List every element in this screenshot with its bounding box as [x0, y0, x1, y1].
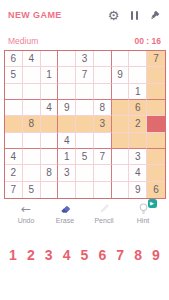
sudoku-app: NEW GAME ⚙ Medium 00 : 16 64375179149868… [0, 0, 169, 300]
board-cell[interactable]: 3 [58, 165, 76, 181]
board-cell[interactable]: 6 [5, 51, 23, 67]
board-cell[interactable] [129, 133, 147, 149]
board-cell[interactable] [41, 84, 59, 100]
board-cell[interactable] [76, 84, 94, 100]
pause-icon[interactable] [131, 11, 139, 20]
board-cell[interactable] [129, 51, 147, 67]
board-cell[interactable] [5, 116, 23, 132]
board-cell[interactable] [94, 67, 112, 83]
hint-ad-badge: ▶ [148, 199, 157, 208]
board-cell[interactable] [147, 67, 165, 83]
new-game-button[interactable]: NEW GAME [8, 10, 62, 20]
board-cell[interactable]: 4 [58, 133, 76, 149]
board-cell[interactable]: 4 [41, 100, 59, 116]
erase-label: Erase [56, 217, 74, 224]
header-icons: ⚙ [108, 9, 161, 22]
board-cell[interactable] [23, 67, 41, 83]
numpad-key-2[interactable]: 2 [24, 247, 38, 263]
undo-button[interactable]: ← Undo [9, 202, 43, 224]
board-cell[interactable] [23, 133, 41, 149]
numpad-key-3[interactable]: 3 [42, 247, 56, 263]
board-cell[interactable] [76, 182, 94, 198]
board-cell[interactable] [41, 116, 59, 132]
board-cell[interactable] [112, 51, 130, 67]
board-cell[interactable] [147, 133, 165, 149]
board-cell[interactable] [23, 149, 41, 165]
board-cell[interactable] [76, 116, 94, 132]
numpad: 123456789 [0, 247, 169, 263]
board-cell[interactable]: 4 [5, 149, 23, 165]
board-cell[interactable]: 7 [94, 149, 112, 165]
hint-button[interactable]: ▶ Hint [126, 202, 160, 224]
board-cell[interactable] [112, 84, 130, 100]
board-cell[interactable] [41, 182, 59, 198]
board-cell[interactable] [58, 51, 76, 67]
board-cell[interactable]: 4 [23, 51, 41, 67]
board-cell[interactable]: 3 [94, 116, 112, 132]
numpad-key-6[interactable]: 6 [95, 247, 109, 263]
board-cell[interactable] [94, 165, 112, 181]
board-cell[interactable]: 2 [129, 116, 147, 132]
difficulty-label: Medium [8, 36, 38, 46]
pencil-icon [98, 202, 111, 215]
board-cell[interactable] [147, 149, 165, 165]
board-cell[interactable]: 5 [5, 67, 23, 83]
board-cell[interactable]: 7 [5, 182, 23, 198]
board-cell[interactable]: 6 [129, 100, 147, 116]
board-cell[interactable] [112, 149, 130, 165]
board-cell[interactable]: 7 [76, 67, 94, 83]
board-cell[interactable]: 3 [76, 51, 94, 67]
pin-icon[interactable] [149, 9, 161, 21]
numpad-key-8[interactable]: 8 [131, 247, 145, 263]
eraser-icon [59, 202, 72, 215]
board-cell[interactable]: 5 [76, 149, 94, 165]
hint-label: Hint [137, 217, 149, 224]
board-cell[interactable]: 2 [5, 165, 23, 181]
board-cell[interactable]: 3 [129, 149, 147, 165]
status-bar: Medium 00 : 16 [8, 36, 161, 46]
board-cell[interactable] [58, 67, 76, 83]
erase-button[interactable]: Erase [48, 202, 82, 224]
board-cell[interactable]: 8 [94, 100, 112, 116]
board-cell[interactable] [112, 165, 130, 181]
board-cell[interactable] [23, 100, 41, 116]
board-cell[interactable] [112, 182, 130, 198]
board-cell[interactable] [5, 84, 23, 100]
board-cell[interactable] [129, 67, 147, 83]
board-cell[interactable]: 1 [58, 149, 76, 165]
board-cell[interactable]: 6 [147, 182, 165, 198]
header-bar: NEW GAME ⚙ [8, 7, 161, 23]
board-cell[interactable] [112, 133, 130, 149]
numpad-key-5[interactable]: 5 [78, 247, 92, 263]
board-cell[interactable]: 9 [129, 182, 147, 198]
board-cell[interactable] [76, 100, 94, 116]
board-cell[interactable] [58, 182, 76, 198]
sudoku-board: 643751791498683244157328347596 [4, 50, 166, 199]
board-cell[interactable] [76, 133, 94, 149]
board-cell[interactable] [41, 133, 59, 149]
pencil-label: Pencil [94, 217, 113, 224]
board-cell[interactable] [94, 84, 112, 100]
board-cell[interactable]: 1 [41, 67, 59, 83]
board-cell[interactable] [94, 182, 112, 198]
board-cell[interactable]: 9 [112, 67, 130, 83]
board-cell[interactable] [112, 100, 130, 116]
numpad-key-1[interactable]: 1 [6, 247, 20, 263]
board-cell[interactable] [76, 165, 94, 181]
numpad-key-4[interactable]: 4 [60, 247, 74, 263]
board-cell[interactable] [5, 100, 23, 116]
board-cell[interactable] [147, 100, 165, 116]
board-cell[interactable] [58, 84, 76, 100]
board-cell[interactable] [94, 51, 112, 67]
board-cell[interactable] [147, 165, 165, 181]
board-cell[interactable]: 4 [129, 165, 147, 181]
board-cell[interactable] [23, 165, 41, 181]
numpad-key-7[interactable]: 7 [113, 247, 127, 263]
board-cell[interactable] [23, 84, 41, 100]
settings-gear-icon[interactable]: ⚙ [108, 9, 120, 22]
board-cell[interactable]: 5 [23, 182, 41, 198]
board-cell[interactable] [41, 51, 59, 67]
toolbar: ← Undo Erase Pencil [0, 202, 169, 224]
undo-label: Undo [18, 217, 35, 224]
board-cell[interactable] [41, 149, 59, 165]
board-cell[interactable]: 9 [58, 100, 76, 116]
board-cell[interactable] [112, 116, 130, 132]
board-cell[interactable] [94, 133, 112, 149]
numpad-key-9[interactable]: 9 [149, 247, 163, 263]
board-cell[interactable] [147, 84, 165, 100]
board-cell[interactable]: 8 [23, 116, 41, 132]
timer-label: 00 : 16 [135, 36, 161, 46]
undo-arrow-icon: ← [21, 203, 31, 215]
board-cell[interactable] [5, 133, 23, 149]
board-cell[interactable]: 8 [41, 165, 59, 181]
board-cell[interactable] [147, 116, 165, 132]
pencil-button[interactable]: Pencil [87, 202, 121, 224]
board-cell[interactable] [58, 116, 76, 132]
board-cell[interactable]: 7 [147, 51, 165, 67]
board-cell[interactable]: 1 [129, 84, 147, 100]
